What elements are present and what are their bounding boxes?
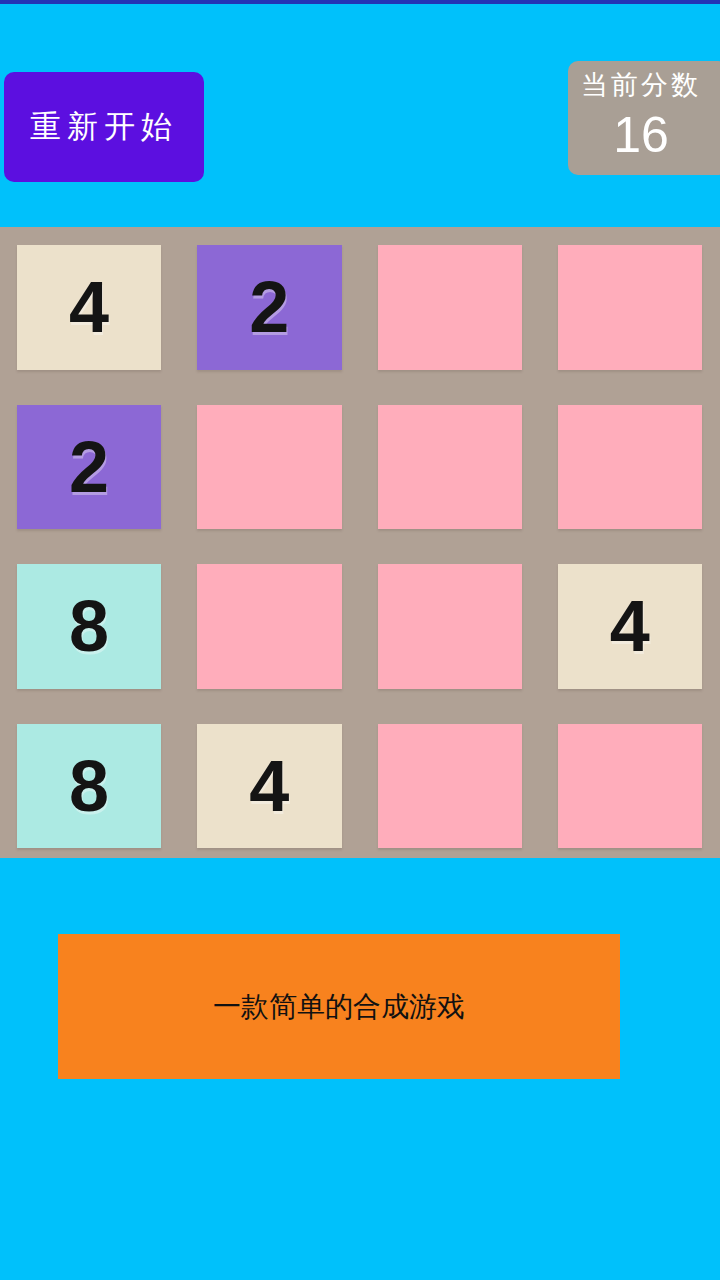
cell-r1-c1-tile-4: 4	[17, 245, 161, 370]
cell-r3-c3-empty	[378, 564, 522, 689]
cell-r4-c4-empty	[558, 724, 702, 849]
cell-r2-c2-empty	[197, 405, 341, 530]
cell-r2-c3-empty	[378, 405, 522, 530]
cell-r4-c1-tile-8: 8	[17, 724, 161, 849]
banner-text: 一款简单的合成游戏	[213, 988, 465, 1026]
cell-r1-c4-empty	[558, 245, 702, 370]
cell-r3-c2-empty	[197, 564, 341, 689]
cell-r2-c4-empty	[558, 405, 702, 530]
cell-r1-c3-empty	[378, 245, 522, 370]
cell-r1-c2-tile-2: 2	[197, 245, 341, 370]
description-banner: 一款简单的合成游戏	[58, 934, 620, 1079]
cell-r4-c3-empty	[378, 724, 522, 849]
cell-r2-c1-tile-2: 2	[17, 405, 161, 530]
score-value: 16	[613, 107, 669, 163]
top-strip	[0, 0, 720, 4]
cell-r3-c1-tile-8: 8	[17, 564, 161, 689]
restart-button[interactable]: 重新开始	[4, 72, 204, 182]
board[interactable]: 4228484	[0, 227, 720, 858]
cell-r4-c2-tile-4: 4	[197, 724, 341, 849]
game-screen: 重新开始 当前分数 16 4228484 一款简单的合成游戏	[0, 0, 720, 1280]
score-box: 当前分数 16	[568, 61, 720, 175]
score-label: 当前分数	[581, 69, 701, 101]
cell-r3-c4-tile-4: 4	[558, 564, 702, 689]
